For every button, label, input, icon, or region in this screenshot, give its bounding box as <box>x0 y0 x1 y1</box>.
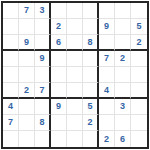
cell-r1c2-given-7[interactable]: 7 <box>19 3 35 19</box>
cell-r6c1[interactable] <box>3 83 19 99</box>
cell-r7c3[interactable] <box>35 99 51 115</box>
cell-r6c7-given-4[interactable]: 4 <box>99 83 115 99</box>
cell-r8c1-given-7[interactable]: 7 <box>3 115 19 131</box>
cell-r7c8-given-3[interactable]: 3 <box>115 99 131 115</box>
cell-r2c6[interactable] <box>83 19 99 35</box>
cell-r7c5[interactable] <box>67 99 83 115</box>
cell-r7c6-given-5[interactable]: 5 <box>83 99 99 115</box>
cell-r5c7[interactable] <box>99 67 115 83</box>
cell-r6c8[interactable] <box>115 83 131 99</box>
cell-r4c5[interactable] <box>67 51 83 67</box>
cell-r6c3-given-7[interactable]: 7 <box>35 83 51 99</box>
cell-r2c7-given-9[interactable]: 9 <box>99 19 115 35</box>
cell-r5c8[interactable] <box>115 67 131 83</box>
cell-r3c5[interactable] <box>67 35 83 51</box>
cell-r1c7[interactable] <box>99 3 115 19</box>
cell-r5c4[interactable] <box>51 67 67 83</box>
cell-r1c9[interactable] <box>131 3 147 19</box>
cell-r1c8[interactable] <box>115 3 131 19</box>
cell-r3c9-given-2[interactable]: 2 <box>131 35 147 51</box>
cell-r9c4[interactable] <box>51 131 67 147</box>
cell-r9c6[interactable] <box>83 131 99 147</box>
cell-r4c7-given-7[interactable]: 7 <box>99 51 115 67</box>
cell-r4c6[interactable] <box>83 51 99 67</box>
cell-r3c8[interactable] <box>115 35 131 51</box>
cell-r1c5[interactable] <box>67 3 83 19</box>
cell-r6c4[interactable] <box>51 83 67 99</box>
sudoku-board: 732959682972274495378226 <box>1 1 149 149</box>
cell-r3c6-given-8[interactable]: 8 <box>83 35 99 51</box>
cell-r2c9-given-5[interactable]: 5 <box>131 19 147 35</box>
cell-r6c9[interactable] <box>131 83 147 99</box>
cell-r7c2[interactable] <box>19 99 35 115</box>
cell-r8c5[interactable] <box>67 115 83 131</box>
cell-r5c1[interactable] <box>3 67 19 83</box>
cell-r7c7[interactable] <box>99 99 115 115</box>
cell-r8c9[interactable] <box>131 115 147 131</box>
cell-r8c6-given-2[interactable]: 2 <box>83 115 99 131</box>
cell-r7c9[interactable] <box>131 99 147 115</box>
cell-r4c9[interactable] <box>131 51 147 67</box>
cell-r4c4[interactable] <box>51 51 67 67</box>
cell-r7c1-given-4[interactable]: 4 <box>3 99 19 115</box>
cell-r5c9[interactable] <box>131 67 147 83</box>
cell-r2c3[interactable] <box>35 19 51 35</box>
cell-r1c1[interactable] <box>3 3 19 19</box>
cell-r6c2-given-2[interactable]: 2 <box>19 83 35 99</box>
cell-r2c8[interactable] <box>115 19 131 35</box>
cell-r9c1[interactable] <box>3 131 19 147</box>
cell-r2c4-given-2[interactable]: 2 <box>51 19 67 35</box>
cell-r6c6[interactable] <box>83 83 99 99</box>
cell-r9c3[interactable] <box>35 131 51 147</box>
cell-r5c6[interactable] <box>83 67 99 83</box>
cell-r4c3-given-9[interactable]: 9 <box>35 51 51 67</box>
cell-r6c5[interactable] <box>67 83 83 99</box>
cell-r1c4[interactable] <box>51 3 67 19</box>
cell-r3c4-given-6[interactable]: 6 <box>51 35 67 51</box>
cell-r3c2-given-9[interactable]: 9 <box>19 35 35 51</box>
cell-r5c2[interactable] <box>19 67 35 83</box>
cell-r8c4[interactable] <box>51 115 67 131</box>
cell-r9c7-given-2[interactable]: 2 <box>99 131 115 147</box>
cell-r4c1[interactable] <box>3 51 19 67</box>
cell-r8c2[interactable] <box>19 115 35 131</box>
cell-r3c7[interactable] <box>99 35 115 51</box>
cell-r8c8[interactable] <box>115 115 131 131</box>
cell-r9c5[interactable] <box>67 131 83 147</box>
cell-r7c4-given-9[interactable]: 9 <box>51 99 67 115</box>
cell-r4c8-given-2[interactable]: 2 <box>115 51 131 67</box>
cell-r9c2[interactable] <box>19 131 35 147</box>
cell-r1c6[interactable] <box>83 3 99 19</box>
cell-r9c8-given-6[interactable]: 6 <box>115 131 131 147</box>
cell-r2c5[interactable] <box>67 19 83 35</box>
cell-r8c3-given-8[interactable]: 8 <box>35 115 51 131</box>
cell-r5c5[interactable] <box>67 67 83 83</box>
cell-r5c3[interactable] <box>35 67 51 83</box>
cell-r9c9[interactable] <box>131 131 147 147</box>
cell-r4c2[interactable] <box>19 51 35 67</box>
cell-r3c1[interactable] <box>3 35 19 51</box>
cell-r1c3-given-3[interactable]: 3 <box>35 3 51 19</box>
cell-r8c7[interactable] <box>99 115 115 131</box>
cell-r2c2[interactable] <box>19 19 35 35</box>
cell-r3c3[interactable] <box>35 35 51 51</box>
cell-r2c1[interactable] <box>3 19 19 35</box>
